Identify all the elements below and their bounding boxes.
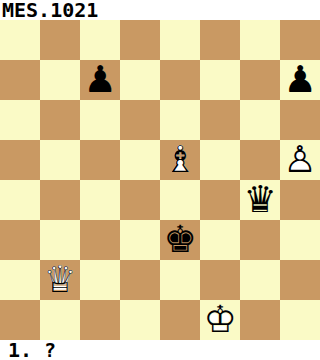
square-e2 [160, 260, 200, 300]
square-e4 [160, 180, 200, 220]
square-h3 [280, 220, 320, 260]
square-e3: ♚ [160, 220, 200, 260]
square-f5 [200, 140, 240, 180]
square-b8 [40, 20, 80, 60]
white-king: ♚ [200, 300, 240, 340]
square-d3 [120, 220, 160, 260]
white-pawn: ♙ [280, 140, 320, 180]
square-h7: ♟ [280, 60, 320, 100]
square-f3 [200, 220, 240, 260]
square-h4 [280, 180, 320, 220]
square-e5: ♝♗ [160, 140, 200, 180]
square-e1 [160, 300, 200, 340]
square-g5 [240, 140, 280, 180]
square-c3 [80, 220, 120, 260]
square-d4 [120, 180, 160, 220]
square-h2 [280, 260, 320, 300]
square-g2 [240, 260, 280, 300]
square-g3 [240, 220, 280, 260]
white-pawn: ♟ [280, 140, 320, 180]
square-b4 [40, 180, 80, 220]
square-d1 [120, 300, 160, 340]
square-b1 [40, 300, 80, 340]
black-queen: ♛ [240, 180, 280, 220]
square-f8 [200, 20, 240, 60]
square-h1 [280, 300, 320, 340]
square-b2: ♛♕ [40, 260, 80, 300]
white-bishop: ♝ [160, 140, 200, 180]
square-a7 [0, 60, 40, 100]
square-a6 [0, 100, 40, 140]
square-d6 [120, 100, 160, 140]
move-prompt: 1. ? [0, 340, 320, 360]
square-a4 [0, 180, 40, 220]
square-h6 [280, 100, 320, 140]
white-bishop: ♗ [160, 140, 200, 180]
square-g4: ♛ [240, 180, 280, 220]
square-c7: ♟ [80, 60, 120, 100]
square-d5 [120, 140, 160, 180]
square-g1 [240, 300, 280, 340]
square-d7 [120, 60, 160, 100]
square-e6 [160, 100, 200, 140]
square-b5 [40, 140, 80, 180]
black-king: ♚ [160, 220, 200, 260]
white-queen: ♕ [40, 260, 80, 300]
square-a8 [0, 20, 40, 60]
square-f2 [200, 260, 240, 300]
black-pawn: ♟ [280, 60, 320, 100]
square-c8 [80, 20, 120, 60]
square-a3 [0, 220, 40, 260]
square-c6 [80, 100, 120, 140]
square-a5 [0, 140, 40, 180]
square-g7 [240, 60, 280, 100]
square-a1 [0, 300, 40, 340]
square-e8 [160, 20, 200, 60]
square-d8 [120, 20, 160, 60]
diagram-title: MES.1021 [0, 0, 320, 20]
square-d2 [120, 260, 160, 300]
square-h5: ♟♙ [280, 140, 320, 180]
square-a2 [0, 260, 40, 300]
square-f7 [200, 60, 240, 100]
square-c4 [80, 180, 120, 220]
white-king: ♔ [200, 300, 240, 340]
square-g8 [240, 20, 280, 60]
square-e7 [160, 60, 200, 100]
square-f1: ♚♔ [200, 300, 240, 340]
square-c1 [80, 300, 120, 340]
square-f6 [200, 100, 240, 140]
chess-board: ♟♟♝♗♟♙♛♚♛♕♚♔ [0, 20, 320, 340]
square-f4 [200, 180, 240, 220]
black-pawn: ♟ [80, 60, 120, 100]
square-c2 [80, 260, 120, 300]
square-g6 [240, 100, 280, 140]
square-b6 [40, 100, 80, 140]
white-queen: ♛ [40, 260, 80, 300]
square-c5 [80, 140, 120, 180]
square-b7 [40, 60, 80, 100]
square-h8 [280, 20, 320, 60]
square-b3 [40, 220, 80, 260]
